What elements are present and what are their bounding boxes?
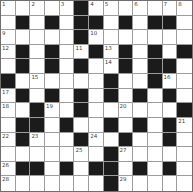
grid-cell[interactable] (148, 1, 163, 16)
grid-cell[interactable]: 13 (104, 45, 119, 60)
black-cell (119, 45, 134, 60)
grid-cell[interactable] (30, 45, 45, 60)
grid-cell[interactable]: 2 (30, 1, 45, 16)
grid-cell[interactable]: 24 (89, 133, 104, 148)
black-cell (30, 162, 45, 177)
black-cell (119, 16, 134, 31)
crossword-grid: 1234567891012111314151617181920212223242… (0, 0, 193, 192)
black-cell (30, 118, 45, 133)
grid-cell[interactable] (60, 59, 75, 74)
grid-cell[interactable] (16, 30, 31, 45)
grid-cell[interactable]: 3 (60, 1, 75, 16)
grid-cell[interactable] (16, 74, 31, 89)
grid-cell[interactable] (148, 147, 163, 162)
grid-cell[interactable] (133, 176, 148, 191)
grid-cell[interactable]: 7 (163, 1, 178, 16)
black-cell (148, 59, 163, 74)
black-cell (45, 89, 60, 104)
grid-cell[interactable] (148, 162, 163, 177)
grid-cell[interactable] (16, 147, 31, 162)
grid-cell[interactable] (177, 176, 192, 191)
clue-number: 19 (46, 103, 53, 109)
clue-number: 15 (31, 74, 38, 80)
black-cell (74, 89, 89, 104)
grid-cell[interactable] (60, 89, 75, 104)
clue-number: 20 (120, 103, 127, 109)
black-cell (16, 59, 31, 74)
grid-cell[interactable]: 15 (30, 74, 45, 89)
clue-number: 16 (164, 74, 171, 80)
grid-cell[interactable] (148, 118, 163, 133)
clue-number: 4 (90, 1, 94, 7)
grid-cell[interactable] (148, 103, 163, 118)
grid-cell[interactable] (177, 16, 192, 31)
grid-cell[interactable]: 22 (1, 133, 16, 148)
clue-number: 21 (178, 118, 185, 124)
grid-cell[interactable] (16, 103, 31, 118)
grid-cell[interactable]: 9 (1, 30, 16, 45)
black-cell (30, 103, 45, 118)
grid-cell[interactable] (74, 162, 89, 177)
grid-cell[interactable] (177, 89, 192, 104)
black-cell (45, 16, 60, 31)
clue-number: 5 (105, 1, 109, 7)
black-cell (163, 133, 178, 148)
grid-cell[interactable]: 1 (1, 1, 16, 16)
black-cell (163, 118, 178, 133)
grid-cell[interactable] (45, 1, 60, 16)
grid-cell[interactable]: 21 (177, 118, 192, 133)
grid-cell[interactable] (104, 16, 119, 31)
black-cell (148, 16, 163, 31)
grid-cell[interactable] (16, 176, 31, 191)
grid-cell[interactable] (45, 74, 60, 89)
grid-cell[interactable] (163, 176, 178, 191)
grid-cell[interactable] (60, 30, 75, 45)
grid-cell[interactable] (45, 162, 60, 177)
black-cell (148, 74, 163, 89)
grid-cell[interactable] (89, 103, 104, 118)
grid-cell[interactable]: 25 (74, 147, 89, 162)
grid-cell[interactable] (133, 74, 148, 89)
grid-cell[interactable] (119, 74, 134, 89)
grid-cell[interactable] (89, 59, 104, 74)
grid-cell[interactable] (30, 30, 45, 45)
clue-number: 18 (2, 103, 9, 109)
black-cell (16, 162, 31, 177)
clue-number: 28 (2, 176, 9, 182)
grid-cell[interactable] (30, 59, 45, 74)
grid-cell[interactable]: 14 (104, 59, 119, 74)
clue-number: 24 (90, 133, 97, 139)
grid-cell[interactable]: 28 (1, 176, 16, 191)
black-cell (148, 45, 163, 60)
grid-cell[interactable] (1, 59, 16, 74)
clue-number: 10 (90, 30, 97, 36)
grid-cell[interactable] (74, 176, 89, 191)
black-cell (16, 16, 31, 31)
clue-number: 14 (105, 59, 112, 65)
grid-cell[interactable] (74, 74, 89, 89)
grid-cell[interactable] (60, 176, 75, 191)
grid-cell[interactable] (60, 103, 75, 118)
grid-cell[interactable] (148, 89, 163, 104)
grid-cell[interactable]: 19 (45, 103, 60, 118)
grid-cell[interactable] (163, 103, 178, 118)
grid-cell[interactable] (60, 133, 75, 148)
black-cell (74, 1, 89, 16)
grid-cell[interactable] (177, 133, 192, 148)
clue-number: 11 (75, 45, 82, 51)
grid-cell[interactable]: 20 (119, 103, 134, 118)
clue-number: 23 (31, 133, 38, 139)
black-cell (104, 162, 119, 177)
grid-cell[interactable]: 4 (89, 1, 104, 16)
grid-cell[interactable]: 11 (74, 45, 89, 60)
grid-cell[interactable] (1, 16, 16, 31)
grid-cell[interactable] (30, 89, 45, 104)
grid-cell[interactable] (30, 16, 45, 31)
grid-cell[interactable] (163, 147, 178, 162)
grid-cell[interactable]: 6 (133, 1, 148, 16)
grid-cell[interactable] (45, 176, 60, 191)
grid-cell[interactable] (133, 16, 148, 31)
grid-cell[interactable] (45, 30, 60, 45)
black-cell (133, 118, 148, 133)
grid-cell[interactable] (119, 1, 134, 16)
grid-cell[interactable] (177, 59, 192, 74)
black-cell (74, 30, 89, 45)
black-cell (104, 89, 119, 104)
clue-number: 1 (2, 1, 6, 7)
clue-number: 25 (75, 147, 82, 153)
grid-cell[interactable] (104, 103, 119, 118)
black-cell (74, 103, 89, 118)
grid-cell[interactable]: 10 (89, 30, 104, 45)
black-cell (74, 59, 89, 74)
grid-cell[interactable] (45, 118, 60, 133)
black-cell (74, 133, 89, 148)
grid-cell[interactable]: 29 (119, 176, 134, 191)
grid-cell[interactable] (133, 103, 148, 118)
grid-cell[interactable] (45, 147, 60, 162)
grid-cell[interactable] (104, 30, 119, 45)
clue-number: 29 (120, 176, 127, 182)
grid-cell[interactable] (133, 30, 148, 45)
grid-cell[interactable]: 16 (163, 74, 178, 89)
black-cell (16, 89, 31, 104)
black-cell (177, 45, 192, 60)
black-cell (104, 118, 119, 133)
grid-cell[interactable] (89, 118, 104, 133)
clue-number: 26 (2, 162, 9, 168)
black-cell (89, 45, 104, 60)
grid-cell[interactable] (177, 74, 192, 89)
black-cell (45, 59, 60, 74)
clue-number: 6 (134, 1, 138, 7)
grid-cell[interactable] (163, 30, 178, 45)
grid-cell[interactable] (133, 45, 148, 60)
grid-cell[interactable] (16, 1, 31, 16)
grid-cell[interactable] (148, 30, 163, 45)
black-cell (16, 118, 31, 133)
grid-cell[interactable]: 12 (1, 45, 16, 60)
grid-cell[interactable]: 17 (1, 89, 16, 104)
black-cell (133, 162, 148, 177)
clue-number: 3 (61, 1, 65, 7)
black-cell (119, 133, 134, 148)
grid-cell[interactable] (163, 45, 178, 60)
grid-cell[interactable]: 8 (177, 1, 192, 16)
black-cell (60, 118, 75, 133)
grid-cell[interactable] (119, 118, 134, 133)
grid-cell[interactable] (60, 16, 75, 31)
grid-cell[interactable] (148, 133, 163, 148)
grid-cell[interactable] (1, 147, 16, 162)
clue-number: 17 (2, 89, 9, 95)
black-cell (104, 147, 119, 162)
clue-number: 8 (178, 1, 182, 7)
black-cell (74, 16, 89, 31)
grid-cell[interactable] (148, 176, 163, 191)
black-cell (104, 74, 119, 89)
grid-cell[interactable]: 27 (119, 147, 134, 162)
black-cell (1, 74, 16, 89)
clue-number: 7 (164, 1, 168, 7)
grid-cell[interactable]: 23 (30, 133, 45, 148)
clue-number: 13 (105, 45, 112, 51)
black-cell (163, 162, 178, 177)
black-cell (163, 59, 178, 74)
clue-number: 27 (120, 147, 127, 153)
black-cell (133, 89, 148, 104)
black-cell (60, 162, 75, 177)
black-cell (163, 89, 178, 104)
black-cell (16, 133, 31, 148)
grid-cell[interactable] (74, 118, 89, 133)
grid-cell[interactable] (133, 133, 148, 148)
grid-cell[interactable] (89, 74, 104, 89)
black-cell (177, 103, 192, 118)
clue-number: 2 (31, 1, 35, 7)
grid-cell[interactable] (45, 133, 60, 148)
grid-cell[interactable] (60, 45, 75, 60)
clue-number: 12 (2, 45, 9, 51)
grid-cell[interactable] (119, 89, 134, 104)
grid-cell[interactable] (177, 30, 192, 45)
grid-cell[interactable] (1, 118, 16, 133)
clue-number: 9 (2, 30, 6, 36)
grid-cell[interactable]: 26 (1, 162, 16, 177)
black-cell (104, 176, 119, 191)
black-cell (16, 45, 31, 60)
grid-cell[interactable] (177, 162, 192, 177)
black-cell (119, 59, 134, 74)
crossword-puzzle: 1234567891012111314151617181920212223242… (0, 0, 193, 192)
grid-cell[interactable] (60, 147, 75, 162)
grid-cell[interactable] (133, 59, 148, 74)
grid-cell[interactable] (119, 162, 134, 177)
grid-cell[interactable] (89, 147, 104, 162)
grid-cell[interactable] (89, 89, 104, 104)
grid-cell[interactable] (30, 147, 45, 162)
grid-cell[interactable]: 5 (104, 1, 119, 16)
grid-cell[interactable] (104, 133, 119, 148)
black-cell (45, 45, 60, 60)
black-cell (89, 16, 104, 31)
black-cell (163, 16, 178, 31)
grid-cell[interactable] (119, 30, 134, 45)
grid-cell[interactable] (89, 176, 104, 191)
clue-number: 22 (2, 133, 9, 139)
grid-cell[interactable] (30, 176, 45, 191)
black-cell (89, 162, 104, 177)
grid-cell[interactable] (133, 147, 148, 162)
grid-cell[interactable] (177, 147, 192, 162)
grid-cell[interactable] (60, 74, 75, 89)
grid-cell[interactable]: 18 (1, 103, 16, 118)
